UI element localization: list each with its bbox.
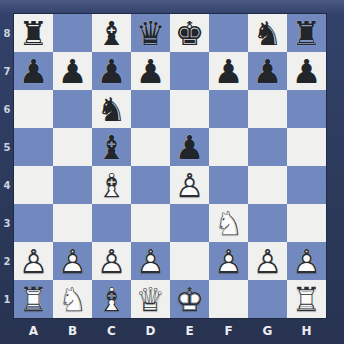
square-b2[interactable]: ♟♙ <box>53 242 92 280</box>
piece-bP-g7[interactable]: ♟ <box>248 52 287 90</box>
piece-bB-c8[interactable]: ♝ <box>92 14 131 52</box>
piece-outline-wN-b1: ♘ <box>53 280 92 318</box>
square-e5[interactable]: ♟ <box>170 128 209 166</box>
square-c6[interactable]: ♞ <box>92 90 131 128</box>
piece-bP-b7[interactable]: ♟ <box>53 52 92 90</box>
square-g3[interactable] <box>248 204 287 242</box>
piece-wB-c1[interactable]: ♝ <box>92 280 131 318</box>
square-d8[interactable]: ♛ <box>131 14 170 52</box>
square-a6[interactable] <box>14 90 53 128</box>
square-g4[interactable] <box>248 166 287 204</box>
square-g6[interactable] <box>248 90 287 128</box>
piece-bP-d7[interactable]: ♟ <box>131 52 170 90</box>
square-d4[interactable] <box>131 166 170 204</box>
square-e8[interactable]: ♚ <box>170 14 209 52</box>
piece-wP-e4[interactable]: ♟ <box>170 166 209 204</box>
square-b7[interactable]: ♟ <box>53 52 92 90</box>
rank-label-5: 5 <box>0 128 14 166</box>
file-label-e: E <box>170 318 209 344</box>
rank-label-8: 8 <box>0 14 14 52</box>
file-label-g: G <box>248 318 287 344</box>
square-d2[interactable]: ♟♙ <box>131 242 170 280</box>
square-d1[interactable]: ♛♕ <box>131 280 170 318</box>
square-h8[interactable]: ♜ <box>287 14 326 52</box>
rank-label-4: 4 <box>0 166 14 204</box>
square-f3[interactable]: ♞♘ <box>209 204 248 242</box>
square-b5[interactable] <box>53 128 92 166</box>
piece-outline-wP-d2: ♙ <box>131 242 170 280</box>
piece-bP-f7[interactable]: ♟ <box>209 52 248 90</box>
piece-wP-h2[interactable]: ♟ <box>287 242 326 280</box>
square-d3[interactable] <box>131 204 170 242</box>
square-e6[interactable] <box>170 90 209 128</box>
piece-wN-b1[interactable]: ♞ <box>53 280 92 318</box>
square-h7[interactable]: ♟ <box>287 52 326 90</box>
piece-bB-c5[interactable]: ♝ <box>92 128 131 166</box>
piece-wP-f2[interactable]: ♟ <box>209 242 248 280</box>
piece-bP-h7[interactable]: ♟ <box>287 52 326 90</box>
piece-bP-e5[interactable]: ♟ <box>170 128 209 166</box>
piece-bR-h8[interactable]: ♜ <box>287 14 326 52</box>
square-d6[interactable] <box>131 90 170 128</box>
piece-wR-h1[interactable]: ♜ <box>287 280 326 318</box>
piece-wP-d2[interactable]: ♟ <box>131 242 170 280</box>
square-h1[interactable]: ♜♖ <box>287 280 326 318</box>
square-f8[interactable] <box>209 14 248 52</box>
square-a5[interactable] <box>14 128 53 166</box>
piece-wQ-d1[interactable]: ♛ <box>131 280 170 318</box>
square-b1[interactable]: ♞♘ <box>53 280 92 318</box>
square-f6[interactable] <box>209 90 248 128</box>
piece-wR-a1[interactable]: ♜ <box>14 280 53 318</box>
square-e7[interactable] <box>170 52 209 90</box>
piece-outline-wP-e4: ♙ <box>170 166 209 204</box>
square-a1[interactable]: ♜♖ <box>14 280 53 318</box>
square-d7[interactable]: ♟ <box>131 52 170 90</box>
file-label-d: D <box>131 318 170 344</box>
piece-bP-c7[interactable]: ♟ <box>92 52 131 90</box>
file-label-a: A <box>14 318 53 344</box>
square-g5[interactable] <box>248 128 287 166</box>
square-g7[interactable]: ♟ <box>248 52 287 90</box>
square-c4[interactable]: ♝♗ <box>92 166 131 204</box>
piece-outline-wK-e1: ♔ <box>170 280 209 318</box>
piece-bN-g8[interactable]: ♞ <box>248 14 287 52</box>
square-h3[interactable] <box>287 204 326 242</box>
file-label-c: C <box>92 318 131 344</box>
piece-outline-wP-g2: ♙ <box>248 242 287 280</box>
square-c7[interactable]: ♟ <box>92 52 131 90</box>
piece-outline-wR-h1: ♖ <box>287 280 326 318</box>
rank-label-1: 1 <box>0 280 14 318</box>
piece-wN-f3[interactable]: ♞ <box>209 204 248 242</box>
piece-outline-wP-a2: ♙ <box>14 242 53 280</box>
square-h6[interactable] <box>287 90 326 128</box>
file-label-b: B <box>53 318 92 344</box>
piece-outline-wB-c1: ♗ <box>92 280 131 318</box>
chess-board[interactable]: ♜♝♛♚♞♜♟♟♟♟♟♟♟♞♝♟♝♗♟♙♞♘♟♙♟♙♟♙♟♙♟♙♟♙♟♙♜♖♞♘… <box>14 14 326 318</box>
square-a3[interactable] <box>14 204 53 242</box>
chess-diagram: 87654321 ♜♝♛♚♞♜♟♟♟♟♟♟♟♞♝♟♝♗♟♙♞♘♟♙♟♙♟♙♟♙♟… <box>0 0 344 344</box>
square-e1[interactable]: ♚♔ <box>170 280 209 318</box>
piece-wK-e1[interactable]: ♚ <box>170 280 209 318</box>
piece-wP-c2[interactable]: ♟ <box>92 242 131 280</box>
square-f7[interactable]: ♟ <box>209 52 248 90</box>
square-d5[interactable] <box>131 128 170 166</box>
rank-label-3: 3 <box>0 204 14 242</box>
file-label-f: F <box>209 318 248 344</box>
square-b3[interactable] <box>53 204 92 242</box>
square-g8[interactable]: ♞ <box>248 14 287 52</box>
piece-outline-wP-b2: ♙ <box>53 242 92 280</box>
piece-wP-b2[interactable]: ♟ <box>53 242 92 280</box>
piece-outline-wR-a1: ♖ <box>14 280 53 318</box>
square-a2[interactable]: ♟♙ <box>14 242 53 280</box>
piece-bQ-d8[interactable]: ♛ <box>131 14 170 52</box>
square-g2[interactable]: ♟♙ <box>248 242 287 280</box>
square-e3[interactable] <box>170 204 209 242</box>
square-b4[interactable] <box>53 166 92 204</box>
square-e4[interactable]: ♟♙ <box>170 166 209 204</box>
rank-label-6: 6 <box>0 90 14 128</box>
square-h5[interactable] <box>287 128 326 166</box>
piece-wB-c4[interactable]: ♝ <box>92 166 131 204</box>
square-f4[interactable] <box>209 166 248 204</box>
square-c1[interactable]: ♝♗ <box>92 280 131 318</box>
square-f1[interactable] <box>209 280 248 318</box>
square-g1[interactable] <box>248 280 287 318</box>
square-a7[interactable]: ♟ <box>14 52 53 90</box>
square-h2[interactable]: ♟♙ <box>287 242 326 280</box>
square-f5[interactable] <box>209 128 248 166</box>
piece-bP-a7[interactable]: ♟ <box>14 52 53 90</box>
rank-label-2: 2 <box>0 242 14 280</box>
piece-outline-wP-h2: ♙ <box>287 242 326 280</box>
square-h4[interactable] <box>287 166 326 204</box>
file-labels: ABCDEFGH <box>14 318 326 344</box>
square-c2[interactable]: ♟♙ <box>92 242 131 280</box>
piece-bN-c6[interactable]: ♞ <box>92 90 131 128</box>
piece-outline-wB-c4: ♗ <box>92 166 131 204</box>
piece-outline-wP-c2: ♙ <box>92 242 131 280</box>
square-c8[interactable]: ♝ <box>92 14 131 52</box>
square-e2[interactable] <box>170 242 209 280</box>
square-c3[interactable] <box>92 204 131 242</box>
piece-bR-a8[interactable]: ♜ <box>14 14 53 52</box>
file-label-h: H <box>287 318 326 344</box>
square-c5[interactable]: ♝ <box>92 128 131 166</box>
square-b8[interactable] <box>53 14 92 52</box>
square-f2[interactable]: ♟♙ <box>209 242 248 280</box>
square-a4[interactable] <box>14 166 53 204</box>
piece-bK-e8[interactable]: ♚ <box>170 14 209 52</box>
rank-label-7: 7 <box>0 52 14 90</box>
piece-wP-g2[interactable]: ♟ <box>248 242 287 280</box>
square-b6[interactable] <box>53 90 92 128</box>
piece-wP-a2[interactable]: ♟ <box>14 242 53 280</box>
piece-outline-wP-f2: ♙ <box>209 242 248 280</box>
rank-labels: 87654321 <box>0 14 14 318</box>
square-a8[interactable]: ♜ <box>14 14 53 52</box>
piece-outline-wQ-d1: ♕ <box>131 280 170 318</box>
piece-outline-wN-f3: ♘ <box>209 204 248 242</box>
